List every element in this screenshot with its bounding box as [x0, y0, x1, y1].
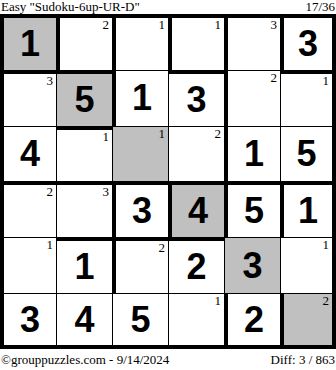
big-digit: 5	[74, 82, 94, 118]
pencil-mark: 1	[159, 18, 166, 32]
big-digit: 1	[244, 136, 264, 172]
pencil-mark: 2	[271, 71, 278, 85]
cell-r2c6: 1	[280, 70, 336, 126]
big-digit: 5	[130, 302, 150, 338]
difficulty-text: Diff: 3 / 863	[271, 352, 335, 368]
cell-r6c5: 2	[224, 293, 280, 349]
cell-r3c1: 4	[0, 126, 56, 182]
cell-r4c2: 3	[56, 181, 112, 237]
big-digit: 3	[132, 193, 152, 229]
cell-r5c2: 1	[56, 237, 112, 293]
big-digit: 3	[20, 302, 40, 338]
cell-r4c5: 5	[224, 181, 280, 237]
cell-r6c2: 4	[56, 293, 112, 349]
big-digit: 4	[188, 193, 208, 229]
cell-r1c6: 3	[280, 14, 336, 70]
cell-r6c6: 2	[280, 293, 336, 349]
big-digit: 5	[296, 136, 316, 172]
cell-r2c5: 2	[224, 70, 280, 126]
cell-r1c1: 1	[0, 14, 56, 70]
pencil-mark: 1	[323, 74, 330, 88]
big-digit: 1	[132, 80, 152, 116]
cell-r3c6: 5	[280, 126, 336, 182]
big-digit: 4	[74, 302, 94, 338]
pencil-mark: 3	[271, 18, 278, 32]
cell-r5c1: 1	[0, 237, 56, 293]
cell-r4c1: 2	[0, 181, 56, 237]
sudoku-board: 121133351321411215233451112231345122	[0, 14, 336, 349]
pencil-mark: 1	[103, 130, 110, 144]
cell-r3c3: 1	[112, 126, 168, 182]
pencil-mark: 2	[103, 18, 110, 32]
big-digit: 2	[186, 249, 206, 285]
pencil-mark: 2	[323, 294, 330, 308]
cell-r6c3: 5	[112, 293, 168, 349]
pencil-mark: 1	[215, 18, 222, 32]
cell-r4c3: 3	[112, 181, 168, 237]
pencil-mark: 3	[47, 74, 54, 88]
pencil-mark: 1	[215, 294, 222, 308]
page-header: Easy "Sudoku-6up-UR-D" 17/36	[0, 0, 336, 14]
puzzle-title: Easy "Sudoku-6up-UR-D"	[1, 0, 140, 14]
pencil-mark: 3	[103, 185, 110, 199]
big-digit: 5	[244, 193, 264, 229]
pencil-mark: 1	[323, 238, 330, 252]
cell-r2c2: 5	[56, 70, 112, 126]
cell-r2c3: 1	[112, 70, 168, 126]
cell-r2c4: 3	[168, 70, 224, 126]
cell-r4c6: 1	[280, 181, 336, 237]
cell-r5c4: 2	[168, 237, 224, 293]
cell-r1c2: 2	[56, 14, 112, 70]
big-digit: 1	[20, 26, 40, 62]
cell-r3c5: 1	[224, 126, 280, 182]
pencil-mark: 1	[47, 238, 54, 252]
cell-r5c3: 2	[112, 237, 168, 293]
pencil-mark: 1	[159, 127, 166, 141]
cell-r1c4: 1	[168, 14, 224, 70]
big-digit: 1	[298, 193, 318, 229]
cell-r5c6: 1	[280, 237, 336, 293]
progress-counter: 17/36	[305, 0, 335, 14]
cell-r3c4: 2	[168, 126, 224, 182]
pencil-mark: 2	[159, 241, 166, 255]
big-digit: 3	[298, 26, 318, 62]
copyright-text: ©grouppuzzles.com - 9/14/2024	[1, 352, 169, 368]
cell-r1c5: 3	[224, 14, 280, 70]
big-digit: 2	[244, 302, 264, 338]
cell-r4c4: 4	[168, 181, 224, 237]
page-footer: ©grouppuzzles.com - 9/14/2024 Diff: 3 / …	[0, 349, 336, 369]
big-digit: 3	[242, 248, 262, 284]
cell-r6c4: 1	[168, 293, 224, 349]
pencil-mark: 2	[47, 185, 54, 199]
big-digit: 4	[20, 136, 40, 172]
cell-r6c1: 3	[0, 293, 56, 349]
big-digit: 3	[186, 82, 206, 118]
big-digit: 1	[74, 249, 94, 285]
cell-r5c5: 3	[224, 237, 280, 293]
cell-r1c3: 1	[112, 14, 168, 70]
pencil-mark: 2	[215, 127, 222, 141]
cell-r3c2: 1	[56, 126, 112, 182]
cell-r2c1: 3	[0, 70, 56, 126]
